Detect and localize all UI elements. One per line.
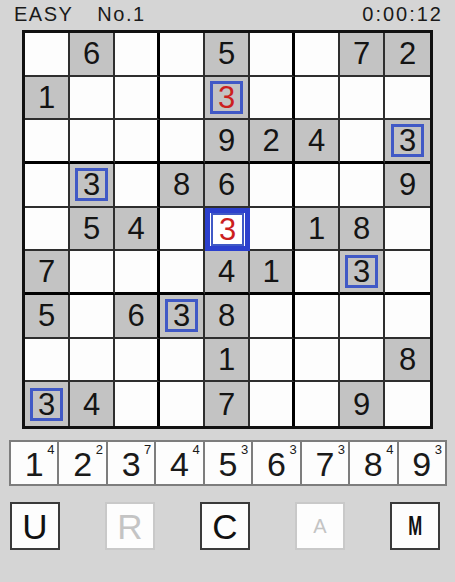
cell-r2c4[interactable] <box>160 77 205 121</box>
palette-digit-label: 1 <box>25 447 44 481</box>
palette-digit-2[interactable]: 22 <box>59 442 107 484</box>
cell-r9c5[interactable]: 7 <box>205 382 250 426</box>
cell-r9c9[interactable] <box>385 382 430 426</box>
palette-digit-label: 3 <box>122 447 141 481</box>
cell-r3c2[interactable] <box>70 120 115 164</box>
digit-placed-count: 3 <box>289 443 296 456</box>
palette-digit-label: 7 <box>315 447 334 481</box>
cell-digit: 8 <box>205 295 248 337</box>
palette-digit-9[interactable]: 93 <box>399 442 445 484</box>
control-button-row: URCAM <box>10 502 440 550</box>
memo-button[interactable]: M <box>390 502 440 550</box>
cell-r8c4[interactable] <box>160 339 205 383</box>
cell-r3c1[interactable] <box>25 120 70 164</box>
digit-placed-count: 3 <box>241 443 248 456</box>
cell-digit: 5 <box>70 208 113 250</box>
control-button-label: C <box>212 509 237 544</box>
cell-r2c8[interactable] <box>340 77 385 121</box>
cell-r8c2[interactable] <box>70 339 115 383</box>
palette-digit-label: 8 <box>364 447 383 481</box>
cell-r6c8[interactable]: 3 <box>340 251 385 295</box>
digit-placed-count: 4 <box>193 443 200 456</box>
cell-r2c9[interactable] <box>385 77 430 121</box>
cell-r6c2[interactable] <box>70 251 115 295</box>
cell-r5c3[interactable]: 4 <box>115 208 160 252</box>
cell-digit: 3 <box>210 81 243 114</box>
cell-r4c4[interactable]: 8 <box>160 164 205 208</box>
control-button-label: U <box>22 509 47 544</box>
cell-r6c5[interactable]: 4 <box>205 251 250 295</box>
cell-digit: 5 <box>205 33 248 75</box>
cell-r1c2[interactable]: 6 <box>70 33 115 77</box>
cell-r8c3[interactable] <box>115 339 160 383</box>
cell-r9c2[interactable]: 4 <box>70 382 115 426</box>
palette-digit-8[interactable]: 84 <box>350 442 398 484</box>
cell-r4c7[interactable] <box>295 164 340 208</box>
cell-r6c1[interactable]: 7 <box>25 251 70 295</box>
cell-digit: 9 <box>340 382 383 426</box>
timer: 0:00:12 <box>362 3 443 26</box>
cell-r3c6[interactable]: 2 <box>250 120 295 164</box>
cell-digit: 1 <box>25 77 68 119</box>
cell-digit: 3 <box>75 168 108 201</box>
cell-r9c4[interactable] <box>160 382 205 426</box>
cell-digit: 3 <box>211 213 244 246</box>
cell-digit: 4 <box>295 120 338 161</box>
cell-r4c1[interactable] <box>25 164 70 208</box>
cell-r7c8[interactable] <box>340 295 385 339</box>
cell-digit: 1 <box>295 208 338 250</box>
cell-r9c6[interactable] <box>250 382 295 426</box>
difficulty-label: EASY <box>14 3 73 26</box>
puzzle-number: No.1 <box>97 3 145 26</box>
palette-digit-7[interactable]: 73 <box>302 442 350 484</box>
cell-r8c5[interactable]: 1 <box>205 339 250 383</box>
cell-digit: 8 <box>160 164 203 206</box>
cell-digit: 1 <box>205 339 248 381</box>
cell-r1c5[interactable]: 5 <box>205 33 250 77</box>
cell-r7c4[interactable]: 3 <box>160 295 205 339</box>
palette-digit-3[interactable]: 37 <box>108 442 156 484</box>
cell-digit: 9 <box>385 164 430 206</box>
cell-r1c3[interactable] <box>115 33 160 77</box>
palette-digit-6[interactable]: 63 <box>253 442 301 484</box>
control-button-label: A <box>313 516 326 536</box>
cell-digit: 3 <box>391 124 424 157</box>
cell-r7c6[interactable] <box>250 295 295 339</box>
cell-r5c8[interactable]: 8 <box>340 208 385 252</box>
cell-r4c8[interactable] <box>340 164 385 208</box>
cell-r2c3[interactable] <box>115 77 160 121</box>
cell-r8c9[interactable]: 8 <box>385 339 430 383</box>
cell-digit: 3 <box>30 388 63 421</box>
palette-digit-label: 2 <box>73 447 92 481</box>
cell-r7c5[interactable]: 8 <box>205 295 250 339</box>
cell-r6c6[interactable]: 1 <box>250 251 295 295</box>
palette-digit-1[interactable]: 14 <box>11 442 59 484</box>
cell-digit: 3 <box>345 255 378 288</box>
redo-button[interactable]: R <box>105 502 155 550</box>
cell-digit: 4 <box>205 251 248 292</box>
cell-r9c1[interactable]: 3 <box>25 382 70 426</box>
digit-placed-count: 4 <box>386 443 393 456</box>
cell-digit: 7 <box>25 251 68 292</box>
cell-r7c3[interactable]: 6 <box>115 295 160 339</box>
assist-button[interactable]: A <box>295 502 345 550</box>
cell-digit: 6 <box>115 295 157 337</box>
cell-digit: 4 <box>115 208 157 250</box>
cell-r1c8[interactable]: 7 <box>340 33 385 77</box>
cell-r5c7[interactable]: 1 <box>295 208 340 252</box>
cell-r2c5[interactable]: 3 <box>205 77 250 121</box>
cell-r4c3[interactable] <box>115 164 160 208</box>
cell-digit: 6 <box>70 33 113 75</box>
number-palette: 142237445363738493 <box>9 440 447 486</box>
cell-digit: 5 <box>25 295 68 337</box>
cell-r1c6[interactable] <box>250 33 295 77</box>
cell-digit: 7 <box>340 33 383 75</box>
status-bar: EASY No.1 0:00:12 <box>0 0 455 28</box>
cell-r5c1[interactable] <box>25 208 70 252</box>
cell-r6c9[interactable] <box>385 251 430 295</box>
control-button-label: M <box>408 513 422 540</box>
palette-digit-label: 5 <box>219 447 238 481</box>
control-button-label: R <box>117 509 142 544</box>
palette-digit-4[interactable]: 44 <box>156 442 204 484</box>
cell-r1c1[interactable] <box>25 33 70 77</box>
cell-r8c1[interactable] <box>25 339 70 383</box>
cell-digit: 2 <box>385 33 430 75</box>
digit-placed-count: 4 <box>47 443 54 456</box>
cell-r7c2[interactable] <box>70 295 115 339</box>
palette-digit-label: 6 <box>267 447 286 481</box>
cell-r8c6[interactable] <box>250 339 295 383</box>
cell-r4c2[interactable]: 3 <box>70 164 115 208</box>
palette-digit-label: 9 <box>412 447 431 481</box>
cell-r9c7[interactable] <box>295 382 340 426</box>
cell-r3c5[interactable]: 9 <box>205 120 250 164</box>
cell-r5c2[interactable]: 5 <box>70 208 115 252</box>
cell-r3c7[interactable]: 4 <box>295 120 340 164</box>
cell-r6c4[interactable] <box>160 251 205 295</box>
digit-placed-count: 3 <box>338 443 345 456</box>
cell-r9c3[interactable] <box>115 382 160 426</box>
cell-r7c7[interactable] <box>295 295 340 339</box>
cell-digit: 4 <box>70 382 113 426</box>
digit-placed-count: 3 <box>435 443 442 456</box>
clear-button[interactable]: C <box>200 502 250 550</box>
cell-digit: 1 <box>250 251 292 292</box>
sudoku-app: EASY No.1 0:00:12 6572139243386954318741… <box>0 0 455 582</box>
cell-r5c5[interactable]: 3 <box>205 208 250 252</box>
cell-r2c2[interactable] <box>70 77 115 121</box>
cell-r4c9[interactable]: 9 <box>385 164 430 208</box>
cell-r6c3[interactable] <box>115 251 160 295</box>
cell-digit: 2 <box>250 120 292 161</box>
cell-digit: 8 <box>340 208 383 250</box>
cell-r3c4[interactable] <box>160 120 205 164</box>
palette-digit-5[interactable]: 53 <box>205 442 253 484</box>
cell-r5c6[interactable] <box>250 208 295 252</box>
sudoku-board: 657213924338695431874135638183479 <box>22 30 433 429</box>
cell-digit: 7 <box>205 382 248 426</box>
cell-r1c7[interactable] <box>295 33 340 77</box>
cell-r9c8[interactable]: 9 <box>340 382 385 426</box>
digit-placed-count: 7 <box>144 443 151 456</box>
cell-r2c7[interactable] <box>295 77 340 121</box>
cell-digit: 3 <box>165 299 198 332</box>
cell-digit: 9 <box>205 120 248 161</box>
cell-r8c7[interactable] <box>295 339 340 383</box>
cell-r6c7[interactable] <box>295 251 340 295</box>
cell-r4c5[interactable]: 6 <box>205 164 250 208</box>
cell-r5c4[interactable] <box>160 208 205 252</box>
cell-r2c6[interactable] <box>250 77 295 121</box>
cell-r7c1[interactable]: 5 <box>25 295 70 339</box>
cell-r1c4[interactable] <box>160 33 205 77</box>
cell-r3c9[interactable]: 3 <box>385 120 430 164</box>
cell-r3c3[interactable] <box>115 120 160 164</box>
undo-button[interactable]: U <box>10 502 60 550</box>
cell-digit: 6 <box>205 164 248 206</box>
cell-r4c6[interactable] <box>250 164 295 208</box>
palette-digit-label: 4 <box>170 447 189 481</box>
cell-r3c8[interactable] <box>340 120 385 164</box>
cell-digit: 8 <box>385 339 430 381</box>
cell-r1c9[interactable]: 2 <box>385 33 430 77</box>
cell-r7c9[interactable] <box>385 295 430 339</box>
cell-r5c9[interactable] <box>385 208 430 252</box>
cell-r2c1[interactable]: 1 <box>25 77 70 121</box>
cell-r8c8[interactable] <box>340 339 385 383</box>
digit-placed-count: 2 <box>96 443 103 456</box>
